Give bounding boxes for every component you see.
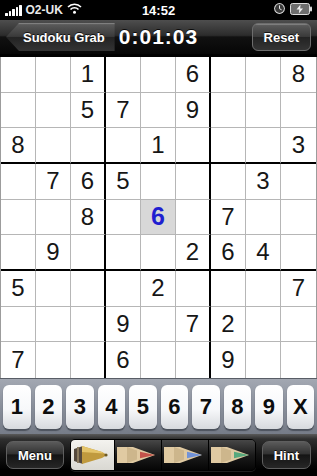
pen-nib-icon: [72, 443, 112, 467]
cell-r7c1[interactable]: 5: [1, 271, 36, 307]
bottom-toolbar: Menu Hint: [0, 434, 317, 476]
cell-r4c8[interactable]: 3: [246, 164, 281, 200]
cell-r2c1[interactable]: [1, 93, 36, 129]
cell-r7c5[interactable]: 2: [141, 271, 176, 307]
cell-r9c4[interactable]: 6: [106, 342, 141, 378]
cell-r8c3[interactable]: [71, 307, 106, 343]
cell-r1c9[interactable]: 8: [281, 57, 316, 93]
cell-r5c8[interactable]: [246, 200, 281, 236]
cell-r5c9[interactable]: [281, 200, 316, 236]
cell-r2c9[interactable]: [281, 93, 316, 129]
cell-r6c5[interactable]: [141, 235, 176, 271]
cell-r6c3[interactable]: [71, 235, 106, 271]
cell-r3c8[interactable]: [246, 128, 281, 164]
cell-r2c7[interactable]: [211, 93, 246, 129]
cell-r4c9[interactable]: [281, 164, 316, 200]
cell-r4c1[interactable]: [1, 164, 36, 200]
cell-r3c5[interactable]: 1: [141, 128, 176, 164]
key-4[interactable]: 4: [98, 385, 126, 429]
cell-r1c5[interactable]: [141, 57, 176, 93]
cell-r6c4[interactable]: [106, 235, 141, 271]
number-keypad: 123456789X: [0, 378, 317, 434]
cell-r9c3[interactable]: [71, 342, 106, 378]
cell-r2c2[interactable]: [36, 93, 71, 129]
cell-r8c6[interactable]: 7: [176, 307, 211, 343]
cell-r8c7[interactable]: 2: [211, 307, 246, 343]
cell-r1c4[interactable]: [106, 57, 141, 93]
pencil-icon: [162, 443, 208, 467]
cell-r7c4[interactable]: [106, 271, 141, 307]
cell-r3c9[interactable]: 3: [281, 128, 316, 164]
cell-r6c9[interactable]: [281, 235, 316, 271]
status-bar: O2-UK 14:52: [0, 0, 317, 20]
cell-r1c7[interactable]: [211, 57, 246, 93]
cell-r9c2[interactable]: [36, 342, 71, 378]
pencil-icon: [115, 443, 161, 467]
status-time: 14:52: [0, 3, 317, 18]
cell-r6c2[interactable]: 9: [36, 235, 71, 271]
cell-r8c1[interactable]: [1, 307, 36, 343]
cell-r2c4[interactable]: 7: [106, 93, 141, 129]
menu-button[interactable]: Menu: [6, 441, 64, 469]
cell-r4c2[interactable]: 7: [36, 164, 71, 200]
cell-r6c1[interactable]: [1, 235, 36, 271]
cell-r3c6[interactable]: [176, 128, 211, 164]
sudoku-board: 16857981376538679264527972769: [0, 57, 317, 378]
reset-button[interactable]: Reset: [252, 23, 311, 51]
cell-r7c3[interactable]: [71, 271, 106, 307]
key-2[interactable]: 2: [35, 385, 63, 429]
cell-r9c5[interactable]: [141, 342, 176, 378]
cell-r1c3[interactable]: 1: [71, 57, 106, 93]
cell-r2c6[interactable]: 9: [176, 93, 211, 129]
cell-r7c8[interactable]: [246, 271, 281, 307]
hint-button[interactable]: Hint: [262, 441, 311, 469]
cell-r6c7[interactable]: 6: [211, 235, 246, 271]
cell-r5c4[interactable]: [106, 200, 141, 236]
nav-bar: Sudoku Grab 0:01:03 Reset: [0, 20, 317, 57]
cell-r1c2[interactable]: [36, 57, 71, 93]
cell-r7c2[interactable]: [36, 271, 71, 307]
cell-r5c3[interactable]: 8: [71, 200, 106, 236]
cell-r9c9[interactable]: [281, 342, 316, 378]
cell-r6c6[interactable]: 2: [176, 235, 211, 271]
cell-r8c4[interactable]: 9: [106, 307, 141, 343]
cell-r8c9[interactable]: [281, 307, 316, 343]
cell-r3c4[interactable]: [106, 128, 141, 164]
cell-r5c6[interactable]: [176, 200, 211, 236]
clock-icon: [273, 2, 286, 18]
cell-r4c4[interactable]: 5: [106, 164, 141, 200]
key-7[interactable]: 7: [192, 385, 220, 429]
cell-r4c3[interactable]: 6: [71, 164, 106, 200]
cell-r9c6[interactable]: [176, 342, 211, 378]
cell-r5c5[interactable]: 6: [141, 200, 176, 236]
cell-r4c6[interactable]: [176, 164, 211, 200]
cell-r9c1[interactable]: 7: [1, 342, 36, 378]
cell-r7c7[interactable]: [211, 271, 246, 307]
cell-r6c8[interactable]: 4: [246, 235, 281, 271]
cell-r8c5[interactable]: [141, 307, 176, 343]
battery-charging-icon: [290, 3, 312, 18]
cell-r2c5[interactable]: [141, 93, 176, 129]
cell-r8c8[interactable]: [246, 307, 281, 343]
key-8[interactable]: 8: [224, 385, 252, 429]
key-x[interactable]: X: [287, 385, 315, 429]
cell-r3c3[interactable]: [71, 128, 106, 164]
cell-r3c7[interactable]: [211, 128, 246, 164]
pencil-icon: [209, 443, 255, 467]
back-button[interactable]: Sudoku Grab: [6, 23, 115, 51]
cell-r5c2[interactable]: [36, 200, 71, 236]
key-6[interactable]: 6: [161, 385, 189, 429]
cell-r4c5[interactable]: [141, 164, 176, 200]
cell-r3c2[interactable]: [36, 128, 71, 164]
cell-r9c7[interactable]: 9: [211, 342, 246, 378]
pen-selector: [70, 439, 256, 471]
cell-r1c8[interactable]: [246, 57, 281, 93]
cell-r2c3[interactable]: 5: [71, 93, 106, 129]
cell-r4c7[interactable]: [211, 164, 246, 200]
cell-r3c1[interactable]: 8: [1, 128, 36, 164]
cell-r5c7[interactable]: 7: [211, 200, 246, 236]
ink-pen-segment[interactable]: [71, 440, 115, 470]
cell-r7c9[interactable]: 7: [281, 271, 316, 307]
cell-r9c8[interactable]: [246, 342, 281, 378]
red-pencil-segment[interactable]: [115, 440, 162, 470]
key-9[interactable]: 9: [255, 385, 283, 429]
cell-r8c2[interactable]: [36, 307, 71, 343]
blue-pencil-segment[interactable]: [162, 440, 209, 470]
key-5[interactable]: 5: [129, 385, 157, 429]
key-1[interactable]: 1: [3, 385, 31, 429]
key-3[interactable]: 3: [66, 385, 94, 429]
cell-r5c1[interactable]: [1, 200, 36, 236]
cell-r2c8[interactable]: [246, 93, 281, 129]
green-pencil-segment[interactable]: [209, 440, 255, 470]
cell-r1c6[interactable]: 6: [176, 57, 211, 93]
cell-r7c6[interactable]: [176, 271, 211, 307]
cell-r1c1[interactable]: [1, 57, 36, 93]
